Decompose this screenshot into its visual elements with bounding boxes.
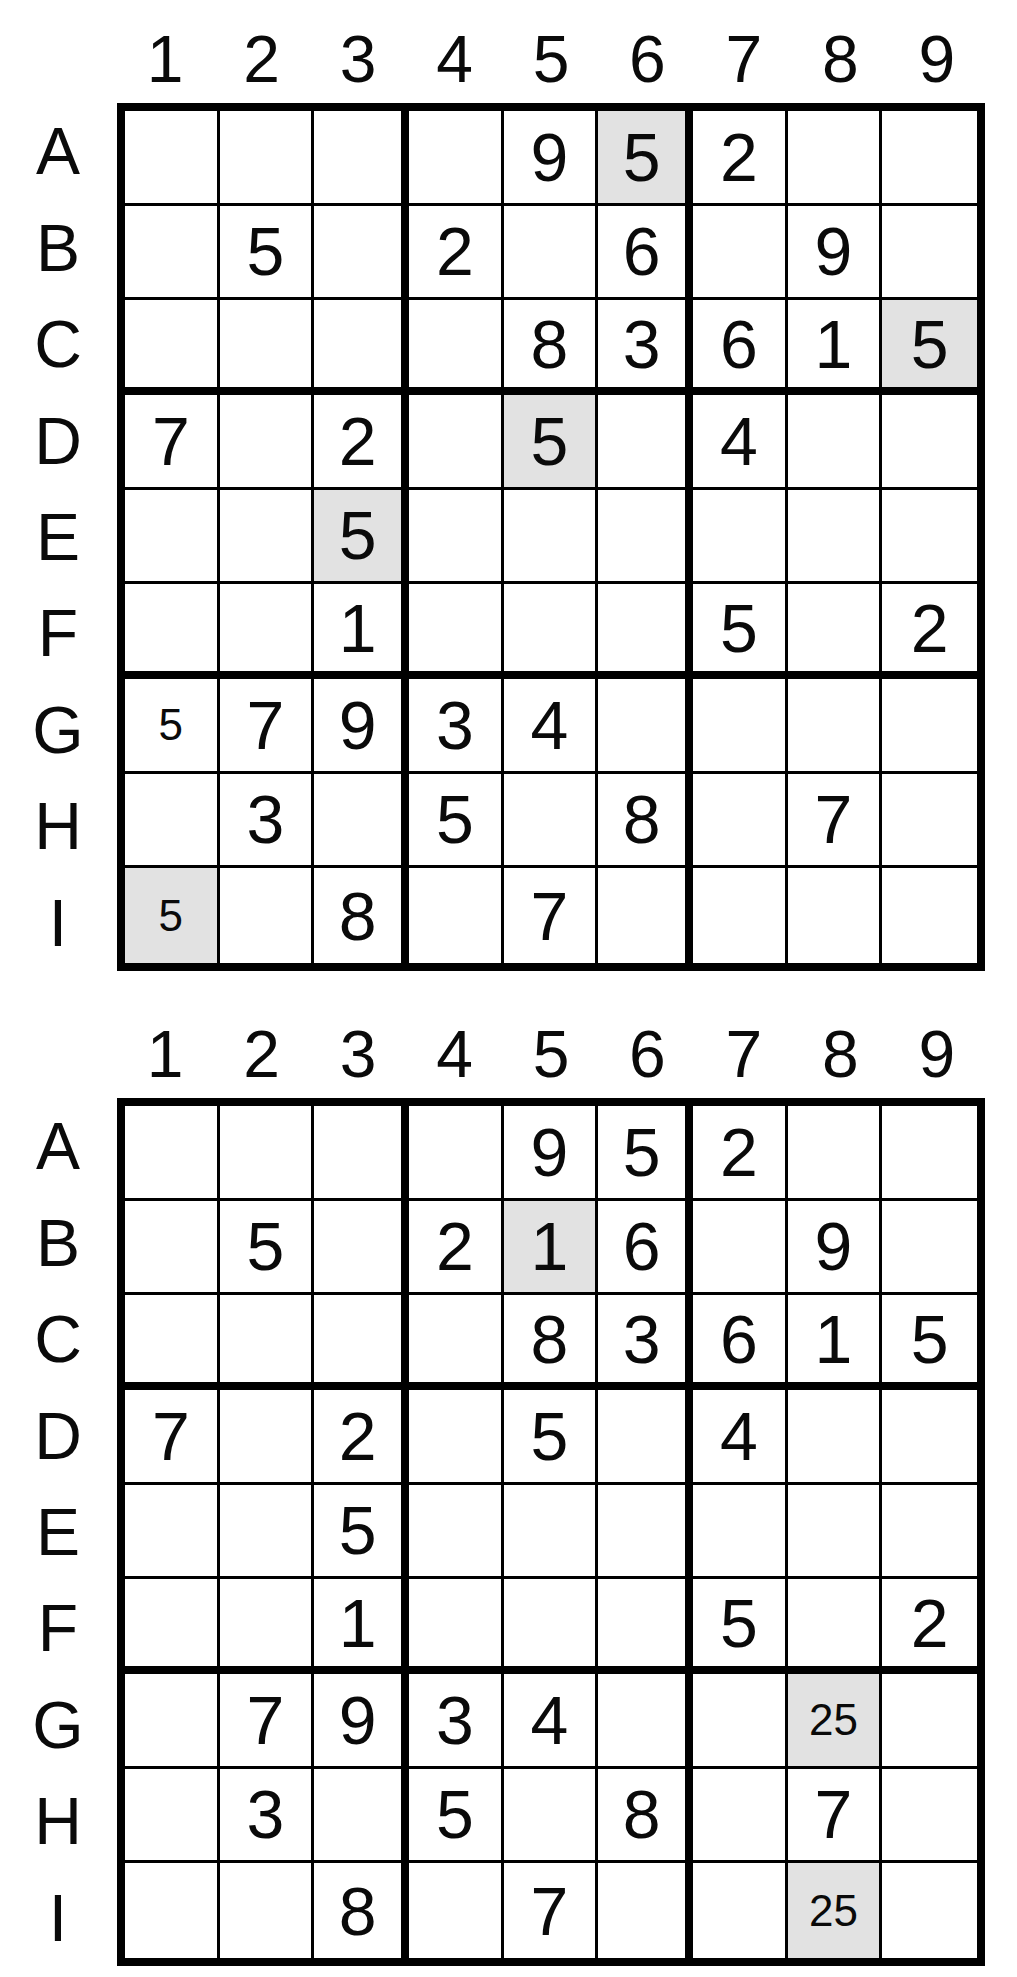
row-labels: ABCDEFGHI bbox=[6, 1098, 110, 1966]
cell-E2[interactable] bbox=[220, 490, 315, 585]
cell-A2[interactable] bbox=[220, 111, 315, 206]
cell-D6[interactable] bbox=[598, 1390, 693, 1485]
cell-E5[interactable] bbox=[504, 1485, 599, 1580]
row-label-C: C bbox=[34, 311, 82, 377]
cell-C8[interactable]: 1 bbox=[788, 300, 883, 395]
cell-H7[interactable] bbox=[693, 774, 788, 869]
row-label-B: B bbox=[36, 215, 80, 281]
col-label-8: 8 bbox=[822, 26, 859, 92]
cell-C9[interactable]: 5 bbox=[882, 1295, 977, 1390]
cell-E8[interactable] bbox=[788, 1485, 883, 1580]
cell-F6[interactable] bbox=[598, 1579, 693, 1674]
col-label-6: 6 bbox=[629, 1021, 666, 1087]
cell-C1[interactable] bbox=[125, 1295, 220, 1390]
cell-D7[interactable]: 4 bbox=[693, 395, 788, 490]
page: 123456789 ABCDEFGHI 95252698361572545152… bbox=[0, 0, 1017, 1977]
cell-G3[interactable]: 9 bbox=[314, 679, 409, 774]
col-label-2: 2 bbox=[243, 26, 280, 92]
cell-B3[interactable] bbox=[314, 206, 409, 301]
cell-F8[interactable] bbox=[788, 584, 883, 679]
cell-E5[interactable] bbox=[504, 490, 599, 585]
cell-E7[interactable] bbox=[693, 490, 788, 585]
cell-C5[interactable]: 8 bbox=[504, 300, 599, 395]
cell-D5[interactable]: 5 bbox=[504, 395, 599, 490]
cell-H6[interactable]: 8 bbox=[598, 774, 693, 869]
cell-D3[interactable]: 2 bbox=[314, 1390, 409, 1485]
cell-I7[interactable] bbox=[693, 1863, 788, 1958]
cell-B9[interactable] bbox=[882, 1201, 977, 1296]
row-label-I: I bbox=[49, 890, 67, 956]
cell-I5[interactable]: 7 bbox=[504, 868, 599, 963]
cell-A7[interactable]: 2 bbox=[693, 111, 788, 206]
column-labels: 123456789 bbox=[117, 1009, 985, 1087]
cell-C8[interactable]: 1 bbox=[788, 1295, 883, 1390]
cell-G6[interactable] bbox=[598, 1674, 693, 1769]
cell-I3[interactable]: 8 bbox=[314, 868, 409, 963]
cell-A5[interactable]: 9 bbox=[504, 1106, 599, 1201]
cell-A4[interactable] bbox=[409, 1106, 504, 1201]
row-label-A: A bbox=[36, 118, 80, 184]
col-label-8: 8 bbox=[822, 1021, 859, 1087]
cell-I4[interactable] bbox=[409, 1863, 504, 1958]
cell-C3[interactable] bbox=[314, 1295, 409, 1390]
cell-G9[interactable] bbox=[882, 679, 977, 774]
cell-F1[interactable] bbox=[125, 1579, 220, 1674]
col-label-7: 7 bbox=[726, 1021, 763, 1087]
row-label-D: D bbox=[34, 408, 82, 474]
cell-D4[interactable] bbox=[409, 1390, 504, 1485]
cell-A5[interactable]: 9 bbox=[504, 111, 599, 206]
cell-G7[interactable] bbox=[693, 1674, 788, 1769]
cell-H2[interactable]: 3 bbox=[220, 774, 315, 869]
cell-F1[interactable] bbox=[125, 584, 220, 679]
cell-B8[interactable]: 9 bbox=[788, 1201, 883, 1296]
cell-E1[interactable] bbox=[125, 490, 220, 585]
cell-A9[interactable] bbox=[882, 111, 977, 206]
cell-C1[interactable] bbox=[125, 300, 220, 395]
cell-I8[interactable] bbox=[788, 868, 883, 963]
cell-E7[interactable] bbox=[693, 1485, 788, 1580]
cell-F5[interactable] bbox=[504, 1579, 599, 1674]
cell-F2[interactable] bbox=[220, 584, 315, 679]
cell-E4[interactable] bbox=[409, 490, 504, 585]
cell-A3[interactable] bbox=[314, 111, 409, 206]
col-label-1: 1 bbox=[147, 1021, 184, 1087]
cell-F4[interactable] bbox=[409, 1579, 504, 1674]
cell-F3[interactable]: 1 bbox=[314, 584, 409, 679]
cell-H9[interactable] bbox=[882, 1769, 977, 1864]
cell-G2[interactable]: 7 bbox=[220, 679, 315, 774]
cell-A1[interactable] bbox=[125, 111, 220, 206]
row-label-E: E bbox=[36, 1499, 80, 1565]
column-labels: 123456789 bbox=[117, 14, 985, 92]
cell-I5[interactable]: 7 bbox=[504, 1863, 599, 1958]
row-label-C: C bbox=[34, 1306, 82, 1372]
cell-C2[interactable] bbox=[220, 300, 315, 395]
cell-F7[interactable]: 5 bbox=[693, 584, 788, 679]
cell-G1[interactable] bbox=[125, 1674, 220, 1769]
cell-D3[interactable]: 2 bbox=[314, 395, 409, 490]
cell-H8[interactable]: 7 bbox=[788, 1769, 883, 1864]
cell-B5[interactable]: 1 bbox=[504, 1201, 599, 1296]
row-labels: ABCDEFGHI bbox=[6, 103, 110, 971]
sudoku-board-1: 123456789 ABCDEFGHI 95252698361572545152… bbox=[0, 0, 1017, 975]
cell-E3[interactable]: 5 bbox=[314, 1485, 409, 1580]
cell-A2[interactable] bbox=[220, 1106, 315, 1201]
cell-E4[interactable] bbox=[409, 1485, 504, 1580]
cell-I7[interactable] bbox=[693, 868, 788, 963]
cell-I9[interactable] bbox=[882, 1863, 977, 1958]
cell-I1[interactable]: 5 bbox=[125, 868, 220, 963]
cell-F5[interactable] bbox=[504, 584, 599, 679]
col-label-5: 5 bbox=[533, 1021, 570, 1087]
cell-D1[interactable]: 7 bbox=[125, 395, 220, 490]
cell-D9[interactable] bbox=[882, 395, 977, 490]
cell-F6[interactable] bbox=[598, 584, 693, 679]
cell-H8[interactable]: 7 bbox=[788, 774, 883, 869]
sudoku-grid: 95252698361572545152579343587587 bbox=[117, 103, 985, 971]
cell-G5[interactable]: 4 bbox=[504, 1674, 599, 1769]
cell-I4[interactable] bbox=[409, 868, 504, 963]
col-label-6: 6 bbox=[629, 26, 666, 92]
cell-G2[interactable]: 7 bbox=[220, 1674, 315, 1769]
col-label-4: 4 bbox=[436, 26, 473, 92]
cell-H3[interactable] bbox=[314, 1769, 409, 1864]
row-label-I: I bbox=[49, 1885, 67, 1951]
cell-D4[interactable] bbox=[409, 395, 504, 490]
cell-B7[interactable] bbox=[693, 206, 788, 301]
sudoku-board-2: 123456789 ABCDEFGHI 95252169836157254515… bbox=[0, 995, 1017, 1970]
row-label-F: F bbox=[38, 1595, 78, 1661]
cell-I1[interactable] bbox=[125, 1863, 220, 1958]
cell-I6[interactable] bbox=[598, 1863, 693, 1958]
cell-F3[interactable]: 1 bbox=[314, 1579, 409, 1674]
cell-I8[interactable]: 25 bbox=[788, 1863, 883, 1958]
cell-E3[interactable]: 5 bbox=[314, 490, 409, 585]
cell-H1[interactable] bbox=[125, 774, 220, 869]
cell-F9[interactable]: 2 bbox=[882, 584, 977, 679]
cell-G4[interactable]: 3 bbox=[409, 679, 504, 774]
cell-D5[interactable]: 5 bbox=[504, 1390, 599, 1485]
cell-D6[interactable] bbox=[598, 395, 693, 490]
cell-G6[interactable] bbox=[598, 679, 693, 774]
cell-G5[interactable]: 4 bbox=[504, 679, 599, 774]
cell-H3[interactable] bbox=[314, 774, 409, 869]
cell-A6[interactable]: 5 bbox=[598, 1106, 693, 1201]
cell-A7[interactable]: 2 bbox=[693, 1106, 788, 1201]
cell-B7[interactable] bbox=[693, 1201, 788, 1296]
cell-A8[interactable] bbox=[788, 1106, 883, 1201]
cell-G8[interactable] bbox=[788, 679, 883, 774]
row-label-D: D bbox=[34, 1403, 82, 1469]
cell-F7[interactable]: 5 bbox=[693, 1579, 788, 1674]
col-label-9: 9 bbox=[918, 1021, 955, 1087]
cell-E9[interactable] bbox=[882, 1485, 977, 1580]
col-label-9: 9 bbox=[918, 26, 955, 92]
cell-H2[interactable]: 3 bbox=[220, 1769, 315, 1864]
cell-F8[interactable] bbox=[788, 1579, 883, 1674]
sudoku-grid: 95252169836157254515279342535878725 bbox=[117, 1098, 985, 1966]
cell-C4[interactable] bbox=[409, 1295, 504, 1390]
cell-G1[interactable]: 5 bbox=[125, 679, 220, 774]
cell-B2[interactable]: 5 bbox=[220, 206, 315, 301]
cell-D2[interactable] bbox=[220, 1390, 315, 1485]
row-label-H: H bbox=[34, 1788, 82, 1854]
cell-C4[interactable] bbox=[409, 300, 504, 395]
cell-B1[interactable] bbox=[125, 1201, 220, 1296]
cell-G7[interactable] bbox=[693, 679, 788, 774]
cell-I3[interactable]: 8 bbox=[314, 1863, 409, 1958]
cell-C6[interactable]: 3 bbox=[598, 1295, 693, 1390]
col-label-3: 3 bbox=[340, 26, 377, 92]
cell-E6[interactable] bbox=[598, 490, 693, 585]
cell-D7[interactable]: 4 bbox=[693, 1390, 788, 1485]
cell-H4[interactable]: 5 bbox=[409, 774, 504, 869]
cell-D8[interactable] bbox=[788, 1390, 883, 1485]
cell-G4[interactable]: 3 bbox=[409, 1674, 504, 1769]
cell-F4[interactable] bbox=[409, 584, 504, 679]
col-label-2: 2 bbox=[243, 1021, 280, 1087]
col-label-7: 7 bbox=[726, 26, 763, 92]
cell-A3[interactable] bbox=[314, 1106, 409, 1201]
cell-H1[interactable] bbox=[125, 1769, 220, 1864]
cell-C6[interactable]: 3 bbox=[598, 300, 693, 395]
row-label-G: G bbox=[32, 697, 83, 763]
cell-B4[interactable]: 2 bbox=[409, 206, 504, 301]
cell-B4[interactable]: 2 bbox=[409, 1201, 504, 1296]
cell-B3[interactable] bbox=[314, 1201, 409, 1296]
cell-A9[interactable] bbox=[882, 1106, 977, 1201]
cell-C3[interactable] bbox=[314, 300, 409, 395]
cell-C2[interactable] bbox=[220, 1295, 315, 1390]
cell-H4[interactable]: 5 bbox=[409, 1769, 504, 1864]
cell-H5[interactable] bbox=[504, 1769, 599, 1864]
cell-E6[interactable] bbox=[598, 1485, 693, 1580]
cell-G9[interactable] bbox=[882, 1674, 977, 1769]
row-label-F: F bbox=[38, 600, 78, 666]
cell-B2[interactable]: 5 bbox=[220, 1201, 315, 1296]
cell-D8[interactable] bbox=[788, 395, 883, 490]
cell-H5[interactable] bbox=[504, 774, 599, 869]
cell-G3[interactable]: 9 bbox=[314, 1674, 409, 1769]
cell-D9[interactable] bbox=[882, 1390, 977, 1485]
cell-A8[interactable] bbox=[788, 111, 883, 206]
col-label-1: 1 bbox=[147, 26, 184, 92]
row-label-H: H bbox=[34, 793, 82, 859]
cell-C5[interactable]: 8 bbox=[504, 1295, 599, 1390]
cell-B6[interactable]: 6 bbox=[598, 206, 693, 301]
cell-E1[interactable] bbox=[125, 1485, 220, 1580]
cell-G8[interactable]: 25 bbox=[788, 1674, 883, 1769]
row-label-A: A bbox=[36, 1113, 80, 1179]
row-label-G: G bbox=[32, 1692, 83, 1758]
cell-H6[interactable]: 8 bbox=[598, 1769, 693, 1864]
cell-F9[interactable]: 2 bbox=[882, 1579, 977, 1674]
cell-B8[interactable]: 9 bbox=[788, 206, 883, 301]
cell-D1[interactable]: 7 bbox=[125, 1390, 220, 1485]
cell-C7[interactable]: 6 bbox=[693, 300, 788, 395]
cell-H7[interactable] bbox=[693, 1769, 788, 1864]
cell-B9[interactable] bbox=[882, 206, 977, 301]
cell-I9[interactable] bbox=[882, 868, 977, 963]
cell-B5[interactable] bbox=[504, 206, 599, 301]
cell-A4[interactable] bbox=[409, 111, 504, 206]
col-label-3: 3 bbox=[340, 1021, 377, 1087]
cell-C9[interactable]: 5 bbox=[882, 300, 977, 395]
cell-H9[interactable] bbox=[882, 774, 977, 869]
cell-C7[interactable]: 6 bbox=[693, 1295, 788, 1390]
col-label-4: 4 bbox=[436, 1021, 473, 1087]
cell-E2[interactable] bbox=[220, 1485, 315, 1580]
cell-B6[interactable]: 6 bbox=[598, 1201, 693, 1296]
col-label-5: 5 bbox=[533, 26, 570, 92]
cell-I2[interactable] bbox=[220, 868, 315, 963]
cell-E9[interactable] bbox=[882, 490, 977, 585]
cell-I6[interactable] bbox=[598, 868, 693, 963]
cell-F2[interactable] bbox=[220, 1579, 315, 1674]
row-label-B: B bbox=[36, 1210, 80, 1276]
cell-E8[interactable] bbox=[788, 490, 883, 585]
cell-A6[interactable]: 5 bbox=[598, 111, 693, 206]
cell-A1[interactable] bbox=[125, 1106, 220, 1201]
cell-I2[interactable] bbox=[220, 1863, 315, 1958]
cell-D2[interactable] bbox=[220, 395, 315, 490]
cell-B1[interactable] bbox=[125, 206, 220, 301]
row-label-E: E bbox=[36, 504, 80, 570]
